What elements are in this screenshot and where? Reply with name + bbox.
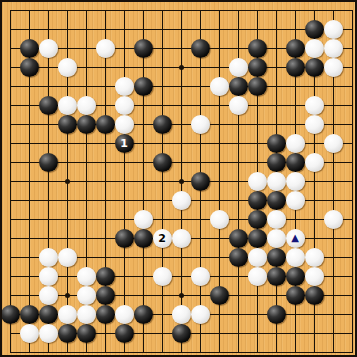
black-stone[interactable] xyxy=(96,115,115,134)
white-stone[interactable] xyxy=(39,324,58,343)
black-stone[interactable] xyxy=(305,286,324,305)
white-stone[interactable] xyxy=(77,305,96,324)
white-stone[interactable] xyxy=(248,172,267,191)
star-point xyxy=(179,65,184,70)
white-stone[interactable] xyxy=(191,115,210,134)
white-stone[interactable] xyxy=(115,96,134,115)
white-stone[interactable] xyxy=(229,96,248,115)
white-stone[interactable] xyxy=(58,58,77,77)
black-stone[interactable] xyxy=(286,267,305,286)
white-stone[interactable] xyxy=(324,210,343,229)
white-stone[interactable] xyxy=(39,286,58,305)
triangle-marker: ▲ xyxy=(291,233,299,243)
white-stone[interactable] xyxy=(324,39,343,58)
white-stone[interactable] xyxy=(324,58,343,77)
black-stone[interactable] xyxy=(248,229,267,248)
black-stone[interactable] xyxy=(58,115,77,134)
white-stone[interactable] xyxy=(305,248,324,267)
black-stone[interactable] xyxy=(286,39,305,58)
black-stone[interactable] xyxy=(267,248,286,267)
black-stone[interactable] xyxy=(267,267,286,286)
white-stone[interactable] xyxy=(191,305,210,324)
white-stone[interactable] xyxy=(77,267,96,286)
black-stone[interactable] xyxy=(267,134,286,153)
black-stone[interactable] xyxy=(248,191,267,210)
black-stone[interactable] xyxy=(134,77,153,96)
black-stone[interactable] xyxy=(210,286,229,305)
white-stone[interactable] xyxy=(267,172,286,191)
grid-line-horizontal xyxy=(10,352,353,353)
white-stone[interactable] xyxy=(39,39,58,58)
white-stone[interactable] xyxy=(20,324,39,343)
white-stone[interactable] xyxy=(115,305,134,324)
white-stone[interactable] xyxy=(58,248,77,267)
black-stone[interactable]: 1 xyxy=(115,134,134,153)
white-stone[interactable] xyxy=(229,58,248,77)
black-stone[interactable] xyxy=(20,305,39,324)
black-stone[interactable] xyxy=(267,305,286,324)
black-stone[interactable] xyxy=(77,115,96,134)
black-stone[interactable] xyxy=(286,58,305,77)
black-stone[interactable] xyxy=(20,39,39,58)
white-stone[interactable] xyxy=(134,210,153,229)
white-stone[interactable] xyxy=(305,115,324,134)
white-stone[interactable] xyxy=(248,267,267,286)
black-stone[interactable] xyxy=(191,172,210,191)
black-stone[interactable] xyxy=(96,267,115,286)
black-stone[interactable] xyxy=(267,191,286,210)
star-point xyxy=(65,179,70,184)
black-stone[interactable] xyxy=(229,229,248,248)
white-stone[interactable] xyxy=(248,248,267,267)
black-stone[interactable] xyxy=(248,77,267,96)
white-stone[interactable] xyxy=(96,39,115,58)
black-stone[interactable] xyxy=(153,153,172,172)
white-stone[interactable] xyxy=(115,77,134,96)
black-stone[interactable] xyxy=(96,286,115,305)
black-stone[interactable] xyxy=(77,324,96,343)
white-stone[interactable] xyxy=(172,305,191,324)
white-stone[interactable] xyxy=(115,115,134,134)
white-stone[interactable] xyxy=(210,77,229,96)
star-point xyxy=(179,293,184,298)
black-stone[interactable] xyxy=(39,305,58,324)
white-stone[interactable] xyxy=(39,267,58,286)
white-stone[interactable] xyxy=(77,96,96,115)
white-stone[interactable] xyxy=(305,267,324,286)
white-stone[interactable] xyxy=(172,229,191,248)
black-stone[interactable] xyxy=(115,324,134,343)
black-stone[interactable] xyxy=(305,20,324,39)
white-stone[interactable]: ▲ xyxy=(286,229,305,248)
black-stone[interactable] xyxy=(96,305,115,324)
black-stone[interactable] xyxy=(39,153,58,172)
grid-line-horizontal xyxy=(10,219,353,220)
black-stone[interactable] xyxy=(305,58,324,77)
black-stone[interactable] xyxy=(134,229,153,248)
black-stone[interactable] xyxy=(286,286,305,305)
white-stone[interactable] xyxy=(39,248,58,267)
black-stone[interactable] xyxy=(229,248,248,267)
black-stone[interactable] xyxy=(267,153,286,172)
black-stone[interactable] xyxy=(191,39,210,58)
go-board[interactable]: 12▲ xyxy=(0,0,357,357)
black-stone[interactable] xyxy=(134,305,153,324)
white-stone[interactable] xyxy=(58,305,77,324)
black-stone[interactable] xyxy=(229,77,248,96)
white-stone[interactable] xyxy=(324,134,343,153)
white-stone[interactable] xyxy=(267,229,286,248)
black-stone[interactable] xyxy=(286,153,305,172)
white-stone[interactable] xyxy=(305,39,324,58)
star-point xyxy=(179,179,184,184)
black-stone[interactable] xyxy=(134,39,153,58)
white-stone[interactable] xyxy=(58,96,77,115)
black-stone[interactable] xyxy=(58,324,77,343)
move-number-label: 2 xyxy=(158,233,166,244)
black-stone[interactable] xyxy=(20,58,39,77)
black-stone[interactable] xyxy=(39,96,58,115)
black-stone[interactable] xyxy=(248,39,267,58)
star-point xyxy=(65,293,70,298)
white-stone[interactable] xyxy=(191,267,210,286)
white-stone[interactable] xyxy=(324,20,343,39)
white-stone[interactable] xyxy=(267,210,286,229)
grid-line-vertical xyxy=(352,10,353,353)
white-stone[interactable] xyxy=(77,286,96,305)
black-stone[interactable] xyxy=(248,210,267,229)
black-stone[interactable] xyxy=(153,115,172,134)
black-stone[interactable] xyxy=(248,58,267,77)
white-stone[interactable] xyxy=(286,248,305,267)
white-stone[interactable] xyxy=(286,134,305,153)
white-stone[interactable] xyxy=(286,191,305,210)
white-stone[interactable] xyxy=(305,96,324,115)
white-stone[interactable] xyxy=(305,153,324,172)
white-stone[interactable] xyxy=(172,191,191,210)
white-stone[interactable] xyxy=(210,210,229,229)
white-stone[interactable] xyxy=(286,172,305,191)
move-number-label: 1 xyxy=(120,138,128,149)
white-stone[interactable]: 2 xyxy=(153,229,172,248)
white-stone[interactable] xyxy=(153,267,172,286)
black-stone[interactable] xyxy=(172,324,191,343)
black-stone[interactable] xyxy=(115,229,134,248)
black-stone[interactable] xyxy=(1,305,20,324)
